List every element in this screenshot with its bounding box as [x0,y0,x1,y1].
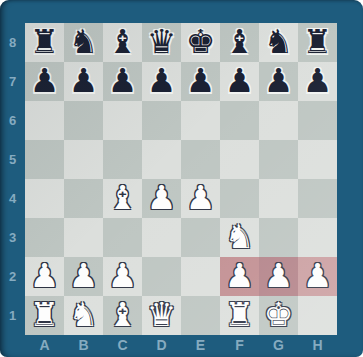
square-d2[interactable] [142,257,181,296]
black-rook-piece[interactable]: ♜ [25,23,64,62]
square-a4[interactable] [25,179,64,218]
file-label-e: E [181,334,220,357]
white-king-piece[interactable]: ♚ [259,296,298,335]
black-pawn-piece[interactable]: ♟ [64,62,103,101]
square-h2[interactable]: ♟ [298,257,337,296]
square-g2[interactable]: ♟ [259,257,298,296]
square-f1[interactable]: ♜ [220,296,259,335]
file-label-b: B [64,334,103,357]
square-h6[interactable] [298,101,337,140]
black-pawn-piece[interactable]: ♟ [259,62,298,101]
file-label-d: D [142,334,181,357]
square-b2[interactable]: ♟ [64,257,103,296]
square-d7[interactable]: ♟ [142,62,181,101]
square-e6[interactable] [181,101,220,140]
square-d5[interactable] [142,140,181,179]
black-queen-piece[interactable]: ♛ [142,23,181,62]
rank-label-4: 4 [0,179,25,218]
square-c6[interactable] [103,101,142,140]
rank-labels: 87654321 [0,23,25,335]
rank-label-3: 3 [0,218,25,257]
black-knight-piece[interactable]: ♞ [259,23,298,62]
square-f6[interactable] [220,101,259,140]
square-c1[interactable]: ♝ [103,296,142,335]
file-label-h: H [298,334,337,357]
square-b7[interactable]: ♟ [64,62,103,101]
square-g7[interactable]: ♟ [259,62,298,101]
square-a1[interactable]: ♜ [25,296,64,335]
rank-label-5: 5 [0,140,25,179]
square-c7[interactable]: ♟ [103,62,142,101]
white-pawn-piece[interactable]: ♟ [181,179,220,218]
file-label-c: C [103,334,142,357]
square-b4[interactable] [64,179,103,218]
square-e5[interactable] [181,140,220,179]
rank-label-1: 1 [0,296,25,335]
square-h1[interactable] [298,296,337,335]
white-bishop-piece[interactable]: ♝ [103,179,142,218]
square-b3[interactable] [64,218,103,257]
square-e4[interactable]: ♟ [181,179,220,218]
square-f7[interactable]: ♟ [220,62,259,101]
white-knight-piece[interactable]: ♞ [220,218,259,257]
square-a8[interactable]: ♜ [25,23,64,62]
white-pawn-piece[interactable]: ♟ [25,257,64,296]
black-pawn-piece[interactable]: ♟ [142,62,181,101]
square-g4[interactable] [259,179,298,218]
square-d6[interactable] [142,101,181,140]
black-bishop-piece[interactable]: ♝ [220,23,259,62]
square-a7[interactable]: ♟ [25,62,64,101]
square-a5[interactable] [25,140,64,179]
black-pawn-piece[interactable]: ♟ [25,62,64,101]
square-h3[interactable] [298,218,337,257]
white-rook-piece[interactable]: ♜ [25,296,64,335]
black-pawn-piece[interactable]: ♟ [181,62,220,101]
square-e7[interactable]: ♟ [181,62,220,101]
square-f4[interactable] [220,179,259,218]
square-d8[interactable]: ♛ [142,23,181,62]
file-label-a: A [25,334,64,357]
square-e1[interactable] [181,296,220,335]
black-pawn-piece[interactable]: ♟ [220,62,259,101]
rank-label-2: 2 [0,257,25,296]
square-e3[interactable] [181,218,220,257]
square-b8[interactable]: ♞ [64,23,103,62]
square-f3[interactable]: ♞ [220,218,259,257]
square-b1[interactable]: ♞ [64,296,103,335]
white-pawn-piece[interactable]: ♟ [298,257,337,296]
square-f5[interactable] [220,140,259,179]
black-king-piece[interactable]: ♚ [181,23,220,62]
rank-label-6: 6 [0,101,25,140]
square-g6[interactable] [259,101,298,140]
file-label-f: F [220,334,259,357]
square-c3[interactable] [103,218,142,257]
white-pawn-piece[interactable]: ♟ [220,257,259,296]
square-c2[interactable]: ♟ [103,257,142,296]
square-c5[interactable] [103,140,142,179]
square-h4[interactable] [298,179,337,218]
white-rook-piece[interactable]: ♜ [220,296,259,335]
white-queen-piece[interactable]: ♛ [142,296,181,335]
file-labels: ABCDEFGH [25,334,337,357]
square-g5[interactable] [259,140,298,179]
black-knight-piece[interactable]: ♞ [64,23,103,62]
square-f8[interactable]: ♝ [220,23,259,62]
black-rook-piece[interactable]: ♜ [298,23,337,62]
square-a3[interactable] [25,218,64,257]
square-e8[interactable]: ♚ [181,23,220,62]
white-pawn-piece[interactable]: ♟ [103,257,142,296]
square-c4[interactable]: ♝ [103,179,142,218]
white-pawn-piece[interactable]: ♟ [259,257,298,296]
square-e2[interactable] [181,257,220,296]
chess-board-frame: 87654321 ♜♞♝♛♚♝♞♜♟♟♟♟♟♟♟♟♝♟♟♞♟♟♟♟♟♟♜♞♝♛♜… [0,0,363,357]
square-c8[interactable]: ♝ [103,23,142,62]
square-h8[interactable]: ♜ [298,23,337,62]
square-g3[interactable] [259,218,298,257]
black-pawn-piece[interactable]: ♟ [103,62,142,101]
white-pawn-piece[interactable]: ♟ [64,257,103,296]
square-h5[interactable] [298,140,337,179]
rank-label-7: 7 [0,62,25,101]
square-d4[interactable]: ♟ [142,179,181,218]
rank-label-8: 8 [0,23,25,62]
square-g8[interactable]: ♞ [259,23,298,62]
white-pawn-piece[interactable]: ♟ [142,179,181,218]
white-bishop-piece[interactable]: ♝ [103,296,142,335]
black-pawn-piece[interactable]: ♟ [298,62,337,101]
black-bishop-piece[interactable]: ♝ [103,23,142,62]
square-b6[interactable] [64,101,103,140]
square-a6[interactable] [25,101,64,140]
square-h7[interactable]: ♟ [298,62,337,101]
square-g1[interactable]: ♚ [259,296,298,335]
white-knight-piece[interactable]: ♞ [64,296,103,335]
square-b5[interactable] [64,140,103,179]
square-d3[interactable] [142,218,181,257]
file-label-g: G [259,334,298,357]
square-f2[interactable]: ♟ [220,257,259,296]
chess-board[interactable]: ♜♞♝♛♚♝♞♜♟♟♟♟♟♟♟♟♝♟♟♞♟♟♟♟♟♟♜♞♝♛♜♚ [25,23,337,335]
square-d1[interactable]: ♛ [142,296,181,335]
square-a2[interactable]: ♟ [25,257,64,296]
